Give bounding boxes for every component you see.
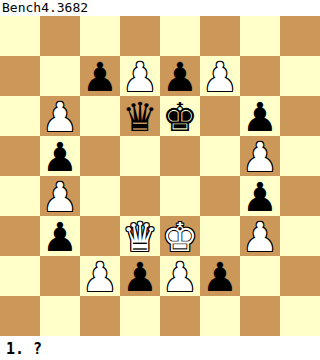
square-d4 [120, 176, 160, 216]
black-pawn-piece: ♟ [42, 137, 78, 177]
square-h4 [280, 176, 320, 216]
chess-board: ♟♟♟♟♟♛♚♟♟♟♟♟♟♛♚♟♟♟♟♟ [0, 16, 320, 336]
square-c2: ♟ [80, 256, 120, 296]
white-pawn-piece: ♟ [162, 257, 198, 297]
black-pawn-piece: ♟ [82, 57, 118, 97]
square-e7: ♟ [160, 56, 200, 96]
white-pawn-piece: ♟ [202, 57, 238, 97]
square-b5: ♟ [40, 136, 80, 176]
square-h6 [280, 96, 320, 136]
square-h2 [280, 256, 320, 296]
square-g6: ♟ [240, 96, 280, 136]
square-a8 [0, 16, 40, 56]
white-pawn-piece: ♟ [242, 137, 278, 177]
black-king-piece: ♚ [162, 97, 198, 137]
white-pawn-piece: ♟ [242, 217, 278, 257]
square-b2 [40, 256, 80, 296]
square-e2: ♟ [160, 256, 200, 296]
white-pawn-piece: ♟ [122, 57, 158, 97]
square-e5 [160, 136, 200, 176]
black-queen-piece: ♛ [122, 97, 158, 137]
black-pawn-piece: ♟ [122, 257, 158, 297]
square-c5 [80, 136, 120, 176]
move-prompt: 1. ? [0, 336, 320, 358]
square-f5 [200, 136, 240, 176]
square-a4 [0, 176, 40, 216]
white-pawn-piece: ♟ [42, 97, 78, 137]
square-d8 [120, 16, 160, 56]
square-e3: ♚ [160, 216, 200, 256]
square-d2: ♟ [120, 256, 160, 296]
square-b6: ♟ [40, 96, 80, 136]
square-b4: ♟ [40, 176, 80, 216]
white-pawn-piece: ♟ [82, 257, 118, 297]
square-c1 [80, 296, 120, 336]
square-a5 [0, 136, 40, 176]
white-king-piece: ♚ [162, 217, 198, 257]
square-e4 [160, 176, 200, 216]
square-f2: ♟ [200, 256, 240, 296]
square-d6: ♛ [120, 96, 160, 136]
black-pawn-piece: ♟ [202, 257, 238, 297]
square-b7 [40, 56, 80, 96]
square-f7: ♟ [200, 56, 240, 96]
diagram-title: Bench4.3682 [0, 0, 320, 16]
square-g3: ♟ [240, 216, 280, 256]
square-g1 [240, 296, 280, 336]
square-h5 [280, 136, 320, 176]
square-d5 [120, 136, 160, 176]
square-d7: ♟ [120, 56, 160, 96]
square-a3 [0, 216, 40, 256]
square-g5: ♟ [240, 136, 280, 176]
square-f8 [200, 16, 240, 56]
square-f6 [200, 96, 240, 136]
black-pawn-piece: ♟ [162, 57, 198, 97]
square-b1 [40, 296, 80, 336]
square-a6 [0, 96, 40, 136]
square-f4 [200, 176, 240, 216]
square-a7 [0, 56, 40, 96]
square-e6: ♚ [160, 96, 200, 136]
square-h7 [280, 56, 320, 96]
square-c6 [80, 96, 120, 136]
square-g8 [240, 16, 280, 56]
square-a1 [0, 296, 40, 336]
square-e8 [160, 16, 200, 56]
square-f1 [200, 296, 240, 336]
black-pawn-piece: ♟ [242, 177, 278, 217]
square-e1 [160, 296, 200, 336]
white-pawn-piece: ♟ [42, 177, 78, 217]
square-d1 [120, 296, 160, 336]
square-g2 [240, 256, 280, 296]
square-b8 [40, 16, 80, 56]
square-c7: ♟ [80, 56, 120, 96]
square-h3 [280, 216, 320, 256]
square-c8 [80, 16, 120, 56]
white-queen-piece: ♛ [122, 217, 158, 257]
square-c4 [80, 176, 120, 216]
black-pawn-piece: ♟ [42, 217, 78, 257]
square-h8 [280, 16, 320, 56]
square-b3: ♟ [40, 216, 80, 256]
square-f3 [200, 216, 240, 256]
square-c3 [80, 216, 120, 256]
square-a2 [0, 256, 40, 296]
black-pawn-piece: ♟ [242, 97, 278, 137]
square-g4: ♟ [240, 176, 280, 216]
square-h1 [280, 296, 320, 336]
square-g7 [240, 56, 280, 96]
square-d3: ♛ [120, 216, 160, 256]
